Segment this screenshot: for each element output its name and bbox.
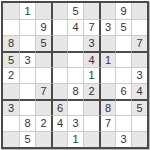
cell-r2c8: 5 xyxy=(115,19,131,35)
cell-r7c1: 3 xyxy=(3,99,19,115)
cell-r2c6: 7 xyxy=(83,19,99,35)
cell-r9c8: 3 xyxy=(115,131,131,147)
cell-r5c9: 3 xyxy=(131,67,147,83)
cell-r8c5: 3 xyxy=(67,115,83,131)
cell-r2c3: 9 xyxy=(35,19,51,35)
cell-r9c6 xyxy=(83,131,99,147)
cell-r5c7 xyxy=(99,67,115,83)
cell-r8c1 xyxy=(3,115,19,131)
cell-r4c2: 3 xyxy=(19,51,35,67)
cell-r3c8 xyxy=(115,35,131,51)
cell-r4c4 xyxy=(51,51,67,67)
cell-r1c8: 9 xyxy=(115,3,131,19)
cell-r9c5: 1 xyxy=(67,131,83,147)
cell-r9c3 xyxy=(35,131,51,147)
cell-r1c2: 1 xyxy=(19,3,35,19)
cell-r3c7 xyxy=(99,35,115,51)
cell-r3c5 xyxy=(67,35,83,51)
cell-r1c3 xyxy=(35,3,51,19)
cell-r4c3 xyxy=(35,51,51,67)
cell-r6c9: 4 xyxy=(131,83,147,99)
cell-r9c1 xyxy=(3,131,19,147)
cell-r5c5 xyxy=(67,67,83,83)
cell-r5c6: 1 xyxy=(83,67,99,83)
cell-r7c7: 8 xyxy=(99,99,115,115)
cell-r2c5: 4 xyxy=(67,19,83,35)
cell-r7c3 xyxy=(35,99,51,115)
cell-r7c6 xyxy=(83,99,99,115)
cell-r6c6: 2 xyxy=(83,83,99,99)
cell-r6c5: 8 xyxy=(67,83,83,99)
cell-r6c8: 6 xyxy=(115,83,131,99)
cell-r9c7 xyxy=(99,131,115,147)
cell-r6c1 xyxy=(3,83,19,99)
cell-r8c7: 7 xyxy=(99,115,115,131)
cell-r7c2 xyxy=(19,99,35,115)
cell-r8c3: 2 xyxy=(35,115,51,131)
cell-r4c5 xyxy=(67,51,83,67)
cell-r9c2: 5 xyxy=(19,131,35,147)
cell-r4c6: 4 xyxy=(83,51,99,67)
cell-r8c8 xyxy=(115,115,131,131)
sudoku-board: 159947358537534121378264368582437513 xyxy=(1,1,149,149)
cell-r8c6 xyxy=(83,115,99,131)
cell-r2c2 xyxy=(19,19,35,35)
cell-r6c7 xyxy=(99,83,115,99)
cell-r8c9 xyxy=(131,115,147,131)
cell-r4c7: 1 xyxy=(99,51,115,67)
cell-r5c4 xyxy=(51,67,67,83)
cell-r4c1: 5 xyxy=(3,51,19,67)
cell-r3c1: 8 xyxy=(3,35,19,51)
cell-r5c3 xyxy=(35,67,51,83)
cell-r3c3: 5 xyxy=(35,35,51,51)
cell-r7c8 xyxy=(115,99,131,115)
cell-r8c4: 4 xyxy=(51,115,67,131)
cell-r2c4 xyxy=(51,19,67,35)
cell-r2c9 xyxy=(131,19,147,35)
cell-r3c9: 7 xyxy=(131,35,147,51)
cell-r6c3: 7 xyxy=(35,83,51,99)
cell-r5c8 xyxy=(115,67,131,83)
cell-r7c5 xyxy=(67,99,83,115)
cell-r2c7: 3 xyxy=(99,19,115,35)
cell-r9c4 xyxy=(51,131,67,147)
cell-r4c8 xyxy=(115,51,131,67)
cell-r1c6 xyxy=(83,3,99,19)
cell-r9c9 xyxy=(131,131,147,147)
cell-r8c2: 8 xyxy=(19,115,35,131)
cell-r1c9 xyxy=(131,3,147,19)
cell-r1c5: 5 xyxy=(67,3,83,19)
cell-r7c9: 5 xyxy=(131,99,147,115)
cell-r1c1 xyxy=(3,3,19,19)
cell-r7c4: 6 xyxy=(51,99,67,115)
cell-r1c4 xyxy=(51,3,67,19)
cell-r3c4 xyxy=(51,35,67,51)
cell-r5c1: 2 xyxy=(3,67,19,83)
cell-r4c9 xyxy=(131,51,147,67)
cell-r3c6: 3 xyxy=(83,35,99,51)
cell-r3c2 xyxy=(19,35,35,51)
cell-r5c2 xyxy=(19,67,35,83)
cell-r1c7 xyxy=(99,3,115,19)
cell-r6c2 xyxy=(19,83,35,99)
cell-r2c1 xyxy=(3,19,19,35)
cell-r6c4 xyxy=(51,83,67,99)
